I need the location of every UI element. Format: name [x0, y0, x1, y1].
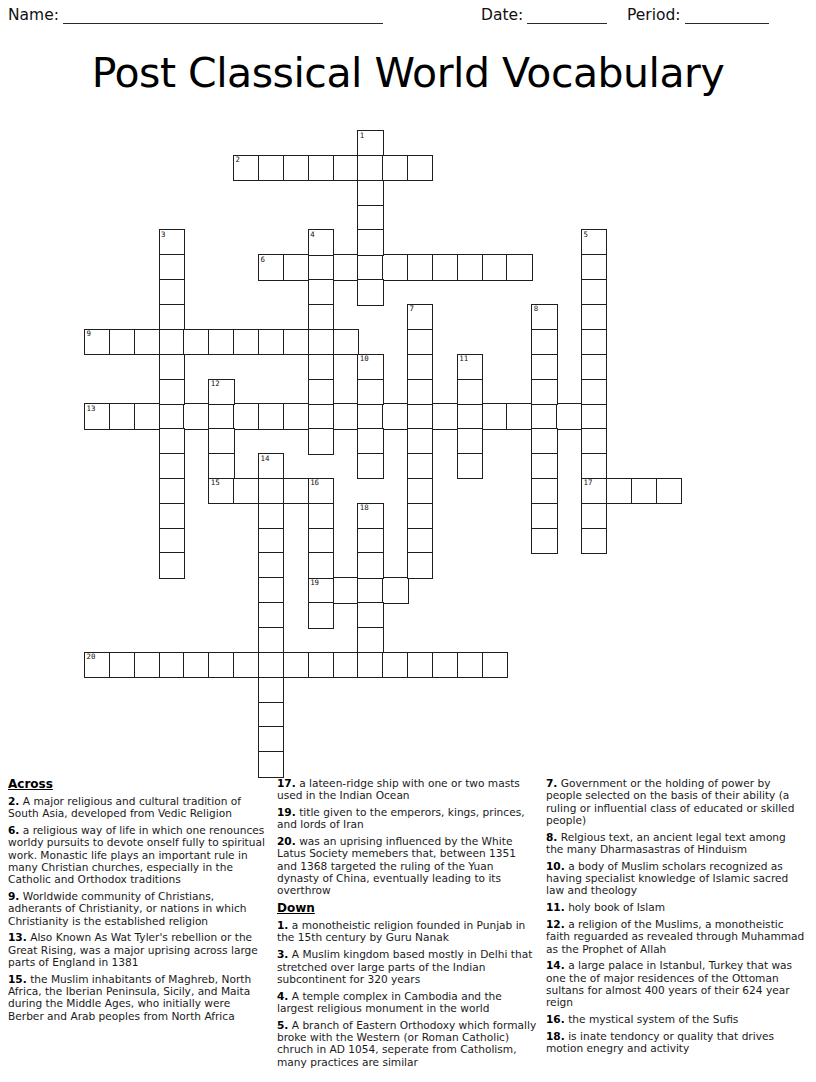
grid-cell[interactable] — [333, 155, 359, 181]
down-header: Down — [277, 901, 537, 915]
grid-cell[interactable] — [457, 453, 483, 479]
grid-cell[interactable] — [382, 254, 408, 280]
grid-cell[interactable] — [407, 155, 433, 181]
clue-number-20: 20 — [87, 653, 96, 661]
grid-cell[interactable] — [308, 552, 334, 578]
grid-cell[interactable] — [208, 453, 234, 479]
grid-cell[interactable] — [283, 254, 309, 280]
grid-cell[interactable] — [457, 652, 483, 678]
grid-cell[interactable] — [357, 279, 383, 305]
grid-cell[interactable] — [159, 279, 185, 305]
clue-number-4: 4 — [310, 231, 314, 239]
grid-cell[interactable] — [457, 403, 483, 429]
grid-cell[interactable] — [159, 478, 185, 504]
grid-cell[interactable] — [233, 478, 259, 504]
grid-cell[interactable] — [407, 329, 433, 355]
grid-cell[interactable] — [506, 254, 532, 280]
grid-cell-5[interactable]: 5 — [581, 229, 607, 255]
clue-number-14: 14 — [260, 455, 269, 463]
clue-number-7: 7 — [410, 305, 414, 313]
grid-cell[interactable] — [357, 627, 383, 653]
clue-number-17: 17 — [584, 479, 593, 487]
grid-cell[interactable] — [407, 354, 433, 380]
grid-cell[interactable] — [407, 552, 433, 578]
grid-cell[interactable] — [134, 329, 160, 355]
grid-cell[interactable] — [357, 602, 383, 628]
down-clue-5: 5. A branch of Eastern Orthodoxy which f… — [277, 1019, 537, 1068]
down-clue-11: 11. holy book of Islam — [546, 901, 806, 913]
grid-cell[interactable] — [159, 552, 185, 578]
grid-cell-9[interactable]: 9 — [84, 329, 110, 355]
down-clue-12: 12. a religion of the Muslims, a monothe… — [546, 918, 806, 955]
grid-cell[interactable] — [183, 652, 209, 678]
grid-cell[interactable] — [258, 726, 284, 752]
grid-cell[interactable] — [159, 254, 185, 280]
grid-cell[interactable] — [109, 403, 135, 429]
grid-cell[interactable] — [258, 602, 284, 628]
grid-cell-17[interactable]: 17 — [581, 478, 607, 504]
grid-cell[interactable] — [482, 652, 508, 678]
grid-cell[interactable] — [333, 652, 359, 678]
clue-number-10: 10 — [360, 355, 369, 363]
clue-column-2: 17. a lateen-ridge ship with one or two … — [277, 777, 537, 1072]
grid-cell[interactable] — [333, 403, 359, 429]
grid-cell[interactable] — [283, 478, 309, 504]
grid-cell-7[interactable]: 7 — [407, 304, 433, 330]
grid-cell[interactable] — [531, 453, 557, 479]
grid-cell-20[interactable]: 20 — [84, 652, 110, 678]
grid-cell[interactable] — [581, 453, 607, 479]
grid-cell[interactable] — [308, 602, 334, 628]
grid-cell-15[interactable]: 15 — [208, 478, 234, 504]
grid-cell[interactable] — [531, 379, 557, 405]
grid-cell[interactable] — [134, 403, 160, 429]
grid-cell[interactable] — [308, 403, 334, 429]
grid-cell[interactable] — [382, 652, 408, 678]
grid-cell[interactable] — [308, 428, 334, 454]
grid-cell[interactable] — [581, 279, 607, 305]
grid-cell[interactable] — [581, 304, 607, 330]
across-clue-6: 6. a religious way of life in which one … — [8, 824, 268, 885]
grid-cell[interactable] — [407, 528, 433, 554]
clue-number-13: 13 — [87, 405, 96, 413]
grid-cell[interactable] — [159, 453, 185, 479]
worksheet-header: Name: Date: Period: — [0, 6, 816, 36]
grid-cell-3[interactable]: 3 — [159, 229, 185, 255]
grid-cell[interactable] — [333, 577, 359, 603]
down-clue-18: 18. is inate tendoncy or quality that dr… — [546, 1030, 806, 1055]
date-field: Date: — [481, 6, 607, 24]
grid-cell[interactable] — [357, 528, 383, 554]
grid-cell-11[interactable]: 11 — [457, 354, 483, 380]
clue-number-11: 11 — [459, 355, 468, 363]
grid-cell[interactable] — [357, 403, 383, 429]
grid-cell[interactable] — [606, 478, 632, 504]
grid-cell[interactable] — [407, 403, 433, 429]
down-clue-4: 4. A temple complex in Cambodia and the … — [277, 990, 537, 1015]
grid-cell[interactable] — [357, 577, 383, 603]
grid-cell[interactable] — [258, 478, 284, 504]
grid-cell[interactable] — [432, 652, 458, 678]
grid-cell-16[interactable]: 16 — [308, 478, 334, 504]
grid-cell[interactable] — [308, 155, 334, 181]
grid-cell[interactable] — [308, 652, 334, 678]
grid-cell-14[interactable]: 14 — [258, 453, 284, 479]
grid-cell[interactable] — [531, 503, 557, 529]
grid-cell[interactable] — [159, 403, 185, 429]
grid-cell[interactable] — [159, 652, 185, 678]
grid-cell[interactable] — [208, 329, 234, 355]
grid-cell[interactable] — [531, 528, 557, 554]
name-field: Name: — [8, 6, 383, 24]
grid-cell[interactable] — [258, 503, 284, 529]
grid-cell[interactable] — [581, 503, 607, 529]
grid-cell[interactable] — [258, 528, 284, 554]
grid-cell[interactable] — [357, 180, 383, 206]
grid-cell[interactable] — [283, 155, 309, 181]
grid-cell[interactable] — [283, 652, 309, 678]
period-blank-line[interactable] — [685, 6, 769, 24]
grid-cell[interactable] — [134, 652, 160, 678]
period-label: Period: — [627, 6, 681, 24]
grid-cell-18[interactable]: 18 — [357, 503, 383, 529]
grid-cell[interactable] — [258, 577, 284, 603]
grid-cell[interactable] — [357, 155, 383, 181]
across-clue-2: 2. A major religious and cultural tradit… — [8, 795, 268, 820]
grid-cell[interactable] — [407, 503, 433, 529]
grid-cell[interactable] — [357, 428, 383, 454]
grid-cell[interactable] — [308, 503, 334, 529]
across-clue-17: 17. a lateen-ridge ship with one or two … — [277, 777, 537, 802]
grid-cell[interactable] — [357, 552, 383, 578]
grid-cell[interactable] — [258, 329, 284, 355]
grid-cell[interactable] — [233, 329, 259, 355]
clue-number-8: 8 — [534, 305, 538, 313]
across-clue-9: 9. Worldwide community of Christians, ad… — [8, 890, 268, 927]
grid-cell[interactable] — [357, 254, 383, 280]
grid-cell[interactable] — [581, 528, 607, 554]
grid-cell[interactable] — [357, 205, 383, 231]
clue-number-1: 1 — [360, 132, 364, 140]
grid-cell[interactable] — [208, 428, 234, 454]
grid-cell[interactable] — [308, 379, 334, 405]
grid-cell[interactable] — [531, 354, 557, 380]
clue-number-16: 16 — [310, 479, 319, 487]
grid-cell[interactable] — [531, 428, 557, 454]
grid-cell[interactable] — [357, 379, 383, 405]
down-clue-8: 8. Relgious text, an ancient legal text … — [546, 831, 806, 856]
grid-cell[interactable] — [109, 329, 135, 355]
grid-cell[interactable] — [308, 304, 334, 330]
down-clue-14: 14. a large palace in Istanbul, Turkey t… — [546, 959, 806, 1008]
grid-cell[interactable] — [407, 379, 433, 405]
grid-cell[interactable] — [357, 652, 383, 678]
name-blank-line[interactable] — [63, 6, 383, 24]
grid-cell-12[interactable]: 12 — [208, 379, 234, 405]
clue-number-2: 2 — [236, 156, 240, 164]
grid-cell[interactable] — [407, 478, 433, 504]
grid-cell[interactable] — [581, 354, 607, 380]
grid-cell[interactable] — [457, 379, 483, 405]
grid-cell[interactable] — [233, 652, 259, 678]
grid-cell[interactable] — [308, 528, 334, 554]
grid-cell[interactable] — [382, 155, 408, 181]
grid-cell-10[interactable]: 10 — [357, 354, 383, 380]
down-clue-16: 16. the mystical system of the Sufis — [546, 1013, 806, 1025]
clue-number-6: 6 — [260, 256, 264, 264]
grid-cell[interactable] — [531, 403, 557, 429]
date-blank-line[interactable] — [527, 6, 607, 24]
clue-column-1: Across2. A major religious and cultural … — [8, 777, 268, 1072]
clue-number-15: 15 — [211, 479, 220, 487]
grid-cell[interactable] — [233, 403, 259, 429]
grid-cell[interactable] — [556, 403, 582, 429]
across-clue-13: 13. Also Known As Wat Tyler's rebellion … — [8, 931, 268, 968]
clue-number-12: 12 — [211, 380, 220, 388]
down-clue-7: 7. Government or the holding of power by… — [546, 777, 806, 826]
grid-cell[interactable] — [159, 379, 185, 405]
grid-cell-6[interactable]: 6 — [258, 254, 284, 280]
grid-cell[interactable] — [258, 702, 284, 728]
grid-cell[interactable] — [407, 428, 433, 454]
grid-cell[interactable] — [308, 329, 334, 355]
grid-cell[interactable] — [432, 403, 458, 429]
grid-cell[interactable] — [183, 329, 209, 355]
grid-cell-4[interactable]: 4 — [308, 229, 334, 255]
grid-cell[interactable] — [159, 503, 185, 529]
grid-cell[interactable] — [581, 254, 607, 280]
grid-cell[interactable] — [183, 403, 209, 429]
across-clue-19: 19. title given to the emperors, kings, … — [277, 806, 537, 831]
grid-cell[interactable] — [581, 403, 607, 429]
grid-cell[interactable] — [432, 254, 458, 280]
grid-cell[interactable] — [531, 329, 557, 355]
grid-cell[interactable] — [581, 379, 607, 405]
grid-cell[interactable] — [258, 627, 284, 653]
grid-cell[interactable] — [159, 329, 185, 355]
grid-cell[interactable] — [208, 652, 234, 678]
page-title: Post Classical World Vocabulary — [0, 49, 816, 97]
grid-cell-1[interactable]: 1 — [357, 130, 383, 156]
down-clue-10: 10. a body of Muslim scholars recognized… — [546, 860, 806, 897]
grid-cell-8[interactable]: 8 — [531, 304, 557, 330]
grid-cell[interactable] — [258, 677, 284, 703]
grid-cell[interactable] — [506, 403, 532, 429]
grid-cell[interactable] — [656, 478, 682, 504]
grid-cell[interactable] — [357, 453, 383, 479]
grid-cell[interactable] — [457, 254, 483, 280]
grid-cell[interactable] — [382, 577, 408, 603]
grid-cell[interactable] — [333, 254, 359, 280]
grid-cell[interactable] — [258, 552, 284, 578]
grid-cell[interactable] — [333, 329, 359, 355]
clue-column-3: 7. Government or the holding of power by… — [546, 777, 806, 1072]
grid-cell[interactable] — [258, 751, 284, 777]
grid-cell[interactable] — [382, 403, 408, 429]
clue-number-9: 9 — [87, 330, 91, 338]
clue-number-5: 5 — [584, 231, 588, 239]
clue-number-18: 18 — [360, 504, 369, 512]
grid-cell[interactable] — [407, 652, 433, 678]
grid-cell[interactable] — [308, 354, 334, 380]
down-clue-1: 1. a monotheistic religion founded in Pu… — [277, 919, 537, 944]
grid-cell[interactable] — [407, 453, 433, 479]
down-clue-3: 3. A Muslim kingdom based mostly in Delh… — [277, 948, 537, 985]
across-clue-15: 15. the Muslim inhabitants of Maghreb, N… — [8, 973, 268, 1022]
grid-cell[interactable] — [159, 428, 185, 454]
grid-cell[interactable] — [258, 652, 284, 678]
grid-cell[interactable] — [283, 403, 309, 429]
grid-cell[interactable] — [457, 428, 483, 454]
clue-number-3: 3 — [161, 231, 165, 239]
clue-number-19: 19 — [310, 579, 319, 587]
grid-cell[interactable] — [581, 428, 607, 454]
across-header: Across — [8, 777, 268, 791]
grid-cell[interactable] — [407, 254, 433, 280]
name-label: Name: — [8, 6, 59, 24]
grid-cell[interactable] — [482, 403, 508, 429]
grid-cell[interactable] — [482, 254, 508, 280]
grid-cell[interactable] — [308, 279, 334, 305]
period-field: Period: — [627, 6, 769, 24]
grid-cell[interactable] — [283, 329, 309, 355]
across-clue-20: 20. was an uprising influenced by the Wh… — [277, 835, 537, 896]
grid-cell-2[interactable]: 2 — [233, 155, 259, 181]
grid-cell[interactable] — [159, 528, 185, 554]
grid-cell[interactable] — [159, 304, 185, 330]
grid-cell[interactable] — [631, 478, 657, 504]
clue-list: Across2. A major religious and cultural … — [8, 777, 808, 1072]
grid-cell-13[interactable]: 13 — [84, 403, 110, 429]
grid-cell-19[interactable]: 19 — [308, 577, 334, 603]
grid-cell[interactable] — [208, 403, 234, 429]
grid-cell[interactable] — [308, 254, 334, 280]
grid-cell[interactable] — [109, 652, 135, 678]
date-label: Date: — [481, 6, 523, 24]
grid-cell[interactable] — [357, 229, 383, 255]
grid-cell[interactable] — [581, 329, 607, 355]
grid-cell[interactable] — [531, 478, 557, 504]
grid-cell[interactable] — [159, 354, 185, 380]
grid-cell[interactable] — [258, 403, 284, 429]
grid-cell[interactable] — [258, 155, 284, 181]
